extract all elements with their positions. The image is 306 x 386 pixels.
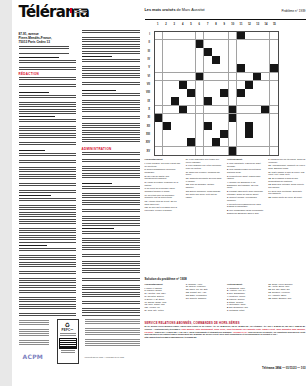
- white-cell[interactable]: [261, 97, 269, 105]
- clue: XII. Complots dévorants. Devenir dans le…: [186, 177, 223, 182]
- white-cell[interactable]: [155, 97, 163, 105]
- white-cell[interactable]: [261, 40, 269, 48]
- white-cell[interactable]: [220, 56, 228, 64]
- white-cell[interactable]: [245, 32, 253, 40]
- black-cell: [237, 89, 245, 97]
- white-cell[interactable]: [212, 81, 220, 89]
- white-cell[interactable]: [155, 138, 163, 146]
- pefc-text-block: [61, 350, 75, 353]
- white-cell[interactable]: [171, 114, 179, 122]
- contact-text-block: [19, 46, 69, 55]
- white-cell[interactable]: [245, 73, 253, 81]
- white-cell[interactable]: [220, 40, 228, 48]
- white-cell[interactable]: [253, 138, 261, 146]
- white-cell[interactable]: [171, 147, 179, 155]
- white-cell[interactable]: [171, 40, 179, 48]
- white-cell[interactable]: [155, 89, 163, 97]
- white-cell[interactable]: [270, 48, 278, 56]
- white-cell[interactable]: [179, 114, 187, 122]
- white-cell[interactable]: [179, 32, 187, 40]
- white-cell[interactable]: [261, 114, 269, 122]
- white-cell[interactable]: [270, 56, 278, 64]
- white-cell[interactable]: [220, 114, 228, 122]
- white-cell[interactable]: [270, 122, 278, 130]
- row-label: II: [138, 39, 152, 47]
- black-cell: [212, 56, 220, 64]
- white-cell[interactable]: [245, 40, 253, 48]
- white-cell[interactable]: [229, 130, 237, 138]
- white-cell[interactable]: [220, 32, 228, 40]
- white-cell[interactable]: [220, 81, 228, 89]
- solution-entry: 9. Sintagma. Intact.: [227, 309, 264, 312]
- white-cell[interactable]: [163, 130, 171, 138]
- white-cell[interactable]: [196, 106, 204, 114]
- row-label: III: [138, 47, 152, 55]
- white-cell[interactable]: [171, 89, 179, 97]
- across-clues-col2: IX. L'eau ambulante d'un tendre lieu. Pi…: [186, 158, 223, 275]
- white-cell[interactable]: [220, 122, 228, 130]
- clue: 14. Deux pour s'entendre. Exigeante des …: [268, 190, 305, 195]
- white-cell[interactable]: [187, 81, 195, 89]
- solution-down-col2: 10. Quasi. Vieille douches.11. Arietta. …: [268, 283, 305, 321]
- white-cell[interactable]: [220, 138, 228, 146]
- white-cell[interactable]: [245, 97, 253, 105]
- white-cell[interactable]: [155, 56, 163, 64]
- colophon-text-block: [82, 30, 140, 54]
- white-cell[interactable]: [253, 114, 261, 122]
- down-clues-list: 1. Mise importante. Papiers de Saint-Ger…: [227, 162, 264, 214]
- white-cell[interactable]: [171, 122, 179, 130]
- white-cell[interactable]: [229, 32, 237, 40]
- white-cell[interactable]: [187, 97, 195, 105]
- white-cell[interactable]: [237, 97, 245, 105]
- white-cell[interactable]: [187, 122, 195, 130]
- white-cell[interactable]: [196, 48, 204, 56]
- clue: VII. Actions utiles de la nuit. On les s…: [145, 200, 182, 205]
- white-cell[interactable]: [163, 89, 171, 97]
- row-label: XII: [138, 122, 152, 130]
- white-cell[interactable]: [204, 106, 212, 114]
- white-cell[interactable]: [270, 106, 278, 114]
- black-cell: [261, 106, 269, 114]
- colophon-subhead-bar: [82, 90, 116, 91]
- white-cell[interactable]: [270, 81, 278, 89]
- solution-entry: 15. USSR. Éclisses. Cen.: [268, 297, 305, 300]
- white-cell[interactable]: [212, 147, 220, 155]
- white-cell[interactable]: [155, 40, 163, 48]
- white-cell[interactable]: [212, 32, 220, 40]
- clue: I. L'une s'avance. Sa ferme n'avait pas …: [145, 162, 182, 167]
- white-cell[interactable]: [253, 122, 261, 130]
- white-cell[interactable]: [261, 130, 269, 138]
- white-cell[interactable]: [253, 97, 261, 105]
- white-cell[interactable]: [171, 130, 179, 138]
- white-cell[interactable]: [245, 106, 253, 114]
- white-cell[interactable]: [171, 48, 179, 56]
- white-cell[interactable]: [196, 138, 204, 146]
- row-label: XIII: [138, 130, 152, 138]
- white-cell[interactable]: [204, 130, 212, 138]
- white-cell[interactable]: [196, 97, 204, 105]
- colophon-text-block: [19, 60, 76, 71]
- white-cell[interactable]: [220, 48, 228, 56]
- white-cell[interactable]: [229, 81, 237, 89]
- white-cell[interactable]: [270, 138, 278, 146]
- white-cell[interactable]: [179, 48, 187, 56]
- white-cell[interactable]: [187, 147, 195, 155]
- white-cell[interactable]: [212, 40, 220, 48]
- colophon-subhead-bar: [82, 183, 112, 184]
- white-cell[interactable]: [204, 81, 212, 89]
- colophon-text-block: [19, 77, 76, 90]
- colophon-text-block: [19, 248, 76, 288]
- white-cell[interactable]: [212, 106, 220, 114]
- black-cell: [196, 73, 204, 81]
- white-cell[interactable]: [237, 48, 245, 56]
- white-cell[interactable]: [155, 48, 163, 56]
- white-cell[interactable]: [229, 48, 237, 56]
- white-cell[interactable]: [245, 48, 253, 56]
- white-cell[interactable]: [253, 130, 261, 138]
- white-cell[interactable]: [220, 106, 228, 114]
- white-cell[interactable]: [237, 138, 245, 146]
- white-cell[interactable]: [245, 114, 253, 122]
- white-cell[interactable]: [261, 81, 269, 89]
- white-cell[interactable]: [261, 147, 269, 155]
- white-cell[interactable]: [245, 147, 253, 155]
- white-cell[interactable]: [212, 122, 220, 130]
- row-label: VII: [138, 80, 152, 88]
- white-cell[interactable]: [187, 64, 195, 72]
- black-cell: [237, 64, 245, 72]
- clue: 11. Traité comme à l'âge de pierre. Pas …: [268, 171, 305, 176]
- white-cell[interactable]: [253, 32, 261, 40]
- white-cell[interactable]: [229, 97, 237, 105]
- white-cell[interactable]: [163, 114, 171, 122]
- white-cell[interactable]: [171, 32, 179, 40]
- clue: VI. Un retrait pour les principaux somme…: [145, 194, 182, 199]
- white-cell[interactable]: [253, 40, 261, 48]
- white-cell[interactable]: [204, 56, 212, 64]
- white-cell[interactable]: [237, 81, 245, 89]
- pefc-label: PEFC™: [58, 328, 78, 332]
- white-cell[interactable]: [163, 56, 171, 64]
- colophon-text-block: [19, 290, 76, 317]
- white-cell[interactable]: [237, 106, 245, 114]
- white-cell[interactable]: [261, 32, 269, 40]
- black-cell: [229, 106, 237, 114]
- white-cell[interactable]: [253, 81, 261, 89]
- white-cell[interactable]: [212, 114, 220, 122]
- white-cell[interactable]: [155, 73, 163, 81]
- white-cell[interactable]: [171, 106, 179, 114]
- white-cell[interactable]: [163, 147, 171, 155]
- colophon-subhead-bar: [82, 56, 112, 57]
- black-cell: [220, 130, 228, 138]
- crossword-title: Les mots croisés de Marc Aussitot: [145, 8, 205, 12]
- grid-column-numbers: 123456789101112131415: [154, 23, 279, 29]
- white-cell[interactable]: [237, 130, 245, 138]
- column-number: 14: [262, 23, 270, 29]
- white-cell[interactable]: [204, 114, 212, 122]
- clues-section: Horizontalement. I. L'une s'avance. Sa f…: [145, 158, 306, 275]
- white-cell[interactable]: [163, 32, 171, 40]
- clue: X. Pour chasseur une future princesse. P…: [186, 164, 223, 169]
- white-cell[interactable]: [163, 64, 171, 72]
- white-cell[interactable]: [155, 81, 163, 89]
- page-folio: Télérama 3894 — 01/11/23 — 103: [192, 366, 306, 370]
- white-cell[interactable]: [253, 56, 261, 64]
- colophon-text-block: [82, 152, 140, 181]
- white-cell[interactable]: [229, 89, 237, 97]
- white-cell[interactable]: [171, 138, 179, 146]
- row-label: VIII: [138, 89, 152, 97]
- row-label: X: [138, 105, 152, 113]
- white-cell[interactable]: [212, 48, 220, 56]
- white-cell[interactable]: [270, 40, 278, 48]
- colophon-text-block: [82, 186, 140, 226]
- white-cell[interactable]: [204, 32, 212, 40]
- white-cell[interactable]: [270, 147, 278, 155]
- across-clues-col1: Horizontalement. I. L'une s'avance. Sa f…: [145, 158, 182, 275]
- black-cell: [270, 64, 278, 72]
- clue: 1. Mise importante. Papiers de Saint-Ger…: [227, 162, 264, 167]
- white-cell[interactable]: [270, 73, 278, 81]
- white-cell[interactable]: [155, 64, 163, 72]
- white-cell[interactable]: [212, 73, 220, 81]
- white-cell[interactable]: [253, 106, 261, 114]
- white-cell[interactable]: [196, 64, 204, 72]
- white-cell[interactable]: [179, 138, 187, 146]
- white-cell[interactable]: [229, 56, 237, 64]
- white-cell[interactable]: [237, 40, 245, 48]
- white-cell[interactable]: [261, 138, 269, 146]
- white-cell[interactable]: [270, 32, 278, 40]
- imprint-text-block: [19, 320, 49, 346]
- white-cell[interactable]: [229, 138, 237, 146]
- white-cell[interactable]: [179, 89, 187, 97]
- white-cell[interactable]: [187, 48, 195, 56]
- white-cell[interactable]: [245, 64, 253, 72]
- white-cell[interactable]: [220, 97, 228, 105]
- white-cell[interactable]: [270, 89, 278, 97]
- white-cell[interactable]: [196, 81, 204, 89]
- colophon-subhead-bar: [19, 245, 47, 246]
- black-cell: [204, 122, 212, 130]
- white-cell[interactable]: [270, 130, 278, 138]
- white-cell[interactable]: [237, 73, 245, 81]
- white-cell[interactable]: [187, 106, 195, 114]
- white-cell[interactable]: [229, 122, 237, 130]
- masthead-address: 87-91, avenue Pierre-Mendès-France, 7501…: [19, 32, 74, 44]
- column-number: 2: [162, 23, 170, 29]
- clue: XIII. Sûre du désordre. Guitare disputée…: [186, 183, 223, 188]
- white-cell[interactable]: [155, 147, 163, 155]
- clue: 10. Appendicement. Remonte en vers le No…: [268, 164, 305, 169]
- white-cell[interactable]: [187, 130, 195, 138]
- solution-list: X. Thomas. Alerte.XI. Ources. Frédérine.…: [186, 283, 223, 300]
- logo-red-mark-icon: [70, 8, 73, 13]
- white-cell[interactable]: [196, 122, 204, 130]
- clue: IX. L'eau ambulante d'un tendre lieu. Pi…: [186, 158, 223, 163]
- black-cell: [229, 114, 237, 122]
- white-cell[interactable]: [196, 32, 204, 40]
- across-clues-list: IX. L'eau ambulante d'un tendre lieu. Pi…: [186, 158, 223, 199]
- white-cell[interactable]: [212, 89, 220, 97]
- solution-list: 1. Chambord. Icare.2. Aviateur. Hier. RA…: [227, 287, 264, 312]
- colophon-text-block: [19, 153, 76, 193]
- colophon-subhead-bar: [82, 228, 114, 229]
- printed-in-france-label: IMPRIMÉ EN FRANCE — PRINTED IN FRANCE: [85, 356, 140, 358]
- problem-number: Problème n° 1939: [252, 9, 306, 13]
- white-cell[interactable]: [179, 122, 187, 130]
- column-number: 10: [228, 23, 236, 29]
- white-cell[interactable]: [261, 73, 269, 81]
- white-cell[interactable]: [204, 89, 212, 97]
- white-cell[interactable]: [187, 73, 195, 81]
- white-cell[interactable]: [245, 89, 253, 97]
- white-cell[interactable]: [163, 73, 171, 81]
- pefc-black-band: [59, 338, 77, 349]
- colophon-subhead-bar: [19, 92, 49, 93]
- white-cell[interactable]: [270, 114, 278, 122]
- white-cell[interactable]: [196, 114, 204, 122]
- clue: 13. Dans pour entendre. Exige ouverte de…: [268, 183, 305, 188]
- white-cell[interactable]: [155, 32, 163, 40]
- white-cell[interactable]: [245, 56, 253, 64]
- white-cell[interactable]: [196, 147, 204, 155]
- white-cell[interactable]: [204, 40, 212, 48]
- black-cell: [204, 97, 212, 105]
- black-cell: [212, 138, 220, 146]
- white-cell[interactable]: [261, 56, 269, 64]
- white-cell[interactable]: [253, 89, 261, 97]
- black-cell: [204, 48, 212, 56]
- crossword-grid: [154, 31, 279, 156]
- white-cell[interactable]: [163, 48, 171, 56]
- white-cell[interactable]: [261, 64, 269, 72]
- white-cell[interactable]: [163, 138, 171, 146]
- white-cell[interactable]: [212, 64, 220, 72]
- white-cell[interactable]: [253, 64, 261, 72]
- column-number: 6: [195, 23, 203, 29]
- white-cell[interactable]: [179, 147, 187, 155]
- white-cell[interactable]: [261, 89, 269, 97]
- white-cell[interactable]: [179, 97, 187, 105]
- colophon-subhead-bar: [19, 116, 55, 117]
- redaction-heading: RÉDACTION: [19, 72, 40, 76]
- white-cell[interactable]: [237, 147, 245, 155]
- white-cell[interactable]: [155, 106, 163, 114]
- black-cell: [179, 106, 187, 114]
- white-cell[interactable]: [163, 81, 171, 89]
- row-label: XIV: [138, 139, 152, 147]
- crossword-title-bold: Les mots croisés: [145, 8, 176, 12]
- white-cell[interactable]: [204, 73, 212, 81]
- white-cell[interactable]: [229, 40, 237, 48]
- colophon-text-block: [82, 231, 140, 276]
- white-cell[interactable]: [179, 130, 187, 138]
- black-cell: [245, 130, 253, 138]
- row-label: XI: [138, 114, 152, 122]
- down-clues-col1: Verticalement. 1. Mise importante. Papie…: [227, 158, 264, 275]
- white-cell[interactable]: [171, 73, 179, 81]
- white-cell[interactable]: [220, 147, 228, 155]
- white-cell[interactable]: [155, 130, 163, 138]
- white-cell[interactable]: [155, 122, 163, 130]
- white-cell[interactable]: [163, 97, 171, 105]
- white-cell[interactable]: [179, 73, 187, 81]
- white-cell[interactable]: [237, 122, 245, 130]
- white-cell[interactable]: [196, 130, 204, 138]
- colophon-text-block: [19, 119, 76, 148]
- white-cell[interactable]: [270, 97, 278, 105]
- white-cell[interactable]: [179, 40, 187, 48]
- clue: II. Rusés compagnons. Recueillis d'ordin…: [145, 168, 182, 173]
- clue: 2. Très impliqués dans les politesses d'…: [227, 168, 264, 173]
- column-number: 3: [170, 23, 178, 29]
- white-cell[interactable]: [171, 64, 179, 72]
- white-cell[interactable]: [212, 130, 220, 138]
- white-cell[interactable]: [253, 147, 261, 155]
- white-cell[interactable]: [220, 73, 228, 81]
- white-cell[interactable]: [245, 138, 253, 146]
- white-cell[interactable]: [163, 106, 171, 114]
- white-cell[interactable]: [196, 89, 204, 97]
- white-cell[interactable]: [261, 122, 269, 130]
- white-cell[interactable]: [204, 64, 212, 72]
- pefc-text-block: [60, 333, 76, 337]
- solution-across-col2: X. Thomas. Alerte.XI. Ources. Frédérine.…: [186, 283, 223, 321]
- white-cell[interactable]: [187, 56, 195, 64]
- row-label: I: [138, 31, 152, 39]
- white-cell[interactable]: [204, 138, 212, 146]
- white-cell[interactable]: [229, 73, 237, 81]
- white-cell[interactable]: [179, 64, 187, 72]
- white-cell[interactable]: [171, 56, 179, 64]
- white-cell[interactable]: [237, 56, 245, 64]
- black-cell: [245, 81, 253, 89]
- white-cell[interactable]: [261, 48, 269, 56]
- white-cell[interactable]: [187, 114, 195, 122]
- white-cell[interactable]: [253, 48, 261, 56]
- clue: 4. Comme les Olmèques et les Espagnols. …: [227, 181, 264, 189]
- solution-section: Horizontalement. I. Calice et sangria.II…: [145, 283, 306, 321]
- white-cell[interactable]: [229, 64, 237, 72]
- white-cell[interactable]: [187, 40, 195, 48]
- black-cell: [187, 89, 195, 97]
- solution-down-col1: Verticalement. 1. Chambord. Icare.2. Avi…: [227, 283, 264, 321]
- white-cell[interactable]: [237, 114, 245, 122]
- clue: XIV. Entrée d'honneur. Pieds français.: [186, 190, 223, 193]
- column-number: 13: [253, 23, 261, 29]
- white-cell[interactable]: [187, 32, 195, 40]
- down-clues-col2: 9. Marquera sur les lits copies. Cours d…: [268, 158, 305, 275]
- white-cell[interactable]: [179, 56, 187, 64]
- clue: 15. L'autre moitié de vieille. Et s'écri…: [268, 196, 305, 199]
- service-url: http://marketing.telerama.fr/img/rgpd/cg…: [145, 336, 306, 338]
- column-number: 7: [203, 23, 211, 29]
- white-cell[interactable]: [163, 40, 171, 48]
- solution-list: 10. Quasi. Vieille douches.11. Arietta. …: [268, 283, 305, 300]
- clue: 5. Pendant sans doute d'une princesse ot…: [227, 190, 264, 195]
- white-cell[interactable]: [196, 56, 204, 64]
- white-cell[interactable]: [204, 147, 212, 155]
- white-cell[interactable]: [171, 81, 179, 89]
- white-cell[interactable]: [212, 97, 220, 105]
- acpm-logo: ACPM: [23, 353, 44, 360]
- white-cell[interactable]: [220, 64, 228, 72]
